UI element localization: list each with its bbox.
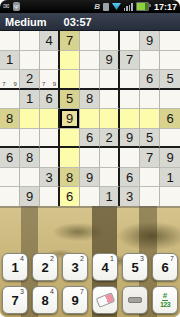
cell-r3c7[interactable] xyxy=(120,70,140,90)
cell-r4c1[interactable] xyxy=(0,90,20,110)
given-digit: 6 xyxy=(146,71,153,86)
cell-r5c8[interactable] xyxy=(140,109,160,129)
keypad-digit-6[interactable]: 67 xyxy=(152,253,178,281)
cell-r7c5[interactable] xyxy=(80,148,100,168)
cell-r9c2[interactable]: 9 xyxy=(20,187,40,207)
digit-placed-count: 7 xyxy=(80,288,84,295)
cell-r5c1[interactable]: 8 xyxy=(0,109,20,129)
eraser-button[interactable] xyxy=(92,286,118,314)
cell-r1c1[interactable] xyxy=(0,31,20,51)
given-digit: 9 xyxy=(105,52,112,67)
cell-r4c2[interactable]: 1 xyxy=(20,90,40,110)
cell-r7c7[interactable] xyxy=(120,148,140,168)
cell-r7c9[interactable]: 9 xyxy=(160,148,180,168)
cell-r4c7[interactable] xyxy=(120,90,140,110)
cell-r8c7[interactable]: 6 xyxy=(120,168,140,188)
cell-r9c1[interactable] xyxy=(0,187,20,207)
cell-r9c6[interactable]: 1 xyxy=(100,187,120,207)
cell-r4c4[interactable]: 5 xyxy=(60,90,80,110)
cell-r1c4[interactable]: 7 xyxy=(60,31,80,51)
cell-r9c3[interactable] xyxy=(40,187,60,207)
cell-r3c3[interactable]: 79 xyxy=(40,70,60,90)
cell-r2c3[interactable] xyxy=(40,51,60,71)
cell-r7c1[interactable]: 6 xyxy=(0,148,20,168)
given-digit: 9 xyxy=(146,33,153,48)
cell-r1c3[interactable]: 4 xyxy=(40,31,60,51)
given-digit: 9 xyxy=(126,130,133,145)
cell-r5c2[interactable] xyxy=(20,109,40,129)
cell-r7c6[interactable] xyxy=(100,148,120,168)
cell-r7c4[interactable] xyxy=(60,148,80,168)
email-icon: ✉ xyxy=(3,3,10,11)
cell-r8c4[interactable]: 8 xyxy=(60,168,80,188)
given-digit: 9 xyxy=(86,170,93,185)
cell-r8c9[interactable]: 1 xyxy=(160,168,180,188)
dash-button[interactable] xyxy=(122,286,148,314)
given-digit: 6 xyxy=(45,91,52,106)
cell-r2c6[interactable]: 9 xyxy=(100,51,120,71)
cell-r1c2[interactable] xyxy=(20,31,40,51)
given-digit: 8 xyxy=(6,111,13,126)
keypad-digit-label: 3 xyxy=(71,260,78,275)
keypad-digit-label: 6 xyxy=(161,260,168,275)
cell-r1c8[interactable]: 9 xyxy=(140,31,160,51)
cell-r5c5[interactable] xyxy=(80,109,100,129)
digit-placed-count: 1 xyxy=(110,255,114,262)
keypad-digit-8[interactable]: 84 xyxy=(32,286,58,314)
keypad-digit-label: 4 xyxy=(101,260,108,275)
cell-r9c4[interactable]: 6 xyxy=(60,187,80,207)
cell-r4c5[interactable]: 8 xyxy=(80,90,100,110)
cell-r9c9[interactable] xyxy=(160,187,180,207)
cell-r8c5[interactable]: 9 xyxy=(80,168,100,188)
candidate-marks: 79 xyxy=(41,71,57,87)
difficulty-label: Medium xyxy=(5,16,47,28)
cell-r3c4[interactable] xyxy=(60,70,80,90)
signal-icon xyxy=(124,3,133,11)
keypad-row-2: 738497#123 xyxy=(2,286,178,314)
cell-r3c1[interactable]: 79 xyxy=(0,70,20,90)
digit-placed-count: 2 xyxy=(80,255,84,262)
given-digit: 6 xyxy=(166,111,173,126)
given-digit: 5 xyxy=(66,91,73,106)
cell-r1c7[interactable] xyxy=(120,31,140,51)
cell-r3c2[interactable]: 2 xyxy=(20,70,40,90)
digit-placed-count: 7 xyxy=(170,255,174,262)
given-digit: 3 xyxy=(45,170,52,185)
cell-r1c6[interactable] xyxy=(100,31,120,51)
cell-r9c5[interactable] xyxy=(80,187,100,207)
cell-r9c8[interactable] xyxy=(140,187,160,207)
cell-r6c9[interactable] xyxy=(160,129,180,149)
cell-r2c4[interactable] xyxy=(60,51,80,71)
keypad-row-1: 142232415367 xyxy=(2,253,178,281)
game-timer: 03:57 xyxy=(64,16,92,28)
given-digit: 9 xyxy=(26,189,33,204)
given-digit: 9 xyxy=(66,111,73,126)
cell-r2c9[interactable] xyxy=(160,51,180,71)
bluetooth-icon: B xyxy=(94,2,100,11)
cell-r3c9[interactable]: 5 xyxy=(160,70,180,90)
given-digit: 9 xyxy=(166,150,173,165)
cell-r5c7[interactable] xyxy=(120,109,140,129)
wifi-icon xyxy=(112,3,121,10)
cell-r4c3[interactable]: 6 xyxy=(40,90,60,110)
digit-placed-count: 3 xyxy=(140,255,144,262)
given-digit: 6 xyxy=(86,130,93,145)
given-digit: 5 xyxy=(146,130,153,145)
cell-r8c6[interactable] xyxy=(100,168,120,188)
keypad-digit-7[interactable]: 73 xyxy=(2,286,28,314)
given-digit: 6 xyxy=(6,150,13,165)
given-digit: 8 xyxy=(26,150,33,165)
cell-r1c9[interactable] xyxy=(160,31,180,51)
cell-r6c4[interactable] xyxy=(60,129,80,149)
cell-r3c8[interactable]: 6 xyxy=(140,70,160,90)
given-digit: 2 xyxy=(26,71,33,86)
cell-r6c3[interactable] xyxy=(40,129,60,149)
cell-r5c6[interactable] xyxy=(100,109,120,129)
cell-r4c9[interactable] xyxy=(160,90,180,110)
keypad-digit-9[interactable]: 97 xyxy=(62,286,88,314)
given-digit: 5 xyxy=(166,71,173,86)
keypad-digit-5[interactable]: 53 xyxy=(122,253,148,281)
cell-r5c4[interactable]: 9 xyxy=(60,109,80,129)
given-digit: 4 xyxy=(45,33,52,48)
status-bar: ✉ Ψ B 17:17 xyxy=(0,0,180,13)
cell-r6c7[interactable]: 9 xyxy=(120,129,140,149)
cell-r2c5[interactable] xyxy=(80,51,100,71)
given-digit: 1 xyxy=(166,170,173,185)
vibrate-icon xyxy=(103,3,109,11)
cell-r7c2[interactable]: 8 xyxy=(20,148,40,168)
given-digit: 2 xyxy=(105,130,112,145)
cell-r1c5[interactable] xyxy=(80,31,100,51)
cell-r6c2[interactable] xyxy=(20,129,40,149)
keypad-digit-label: 7 xyxy=(11,293,18,308)
digit-placed-count: 4 xyxy=(50,288,54,295)
digit-placed-count: 4 xyxy=(20,255,24,262)
digit-placed-count: 2 xyxy=(50,255,54,262)
cell-r2c2[interactable] xyxy=(20,51,40,71)
cell-r7c8[interactable]: 7 xyxy=(140,148,160,168)
counts-button[interactable]: #123 xyxy=(152,286,178,314)
cell-r6c5[interactable]: 6 xyxy=(80,129,100,149)
keypad-digit-label: 2 xyxy=(41,260,48,275)
cell-r9c7[interactable]: 3 xyxy=(120,187,140,207)
battery-icon xyxy=(136,2,149,11)
cell-r8c8[interactable] xyxy=(140,168,160,188)
keypad-digit-label: 1 xyxy=(11,260,18,275)
title-bar: Medium 03:57 xyxy=(0,13,180,31)
keypad-digit-3[interactable]: 32 xyxy=(62,253,88,281)
status-time: 17:17 xyxy=(154,2,177,12)
keypad-digit-2[interactable]: 22 xyxy=(32,253,58,281)
cell-r6c8[interactable]: 5 xyxy=(140,129,160,149)
keypad-digit-label: 5 xyxy=(131,260,138,275)
keypad-digit-label: 9 xyxy=(71,293,78,308)
given-digit: 3 xyxy=(126,189,133,204)
phone-screen: ✉ Ψ B 17:17 Medium 03:57 479197792796516… xyxy=(0,0,180,317)
cell-r4c8[interactable] xyxy=(140,90,160,110)
digit-placed-count: 3 xyxy=(20,288,24,295)
cell-r5c3[interactable] xyxy=(40,109,60,129)
given-digit: 1 xyxy=(105,189,112,204)
cell-r2c1[interactable]: 1 xyxy=(0,51,20,71)
usb-icon: Ψ xyxy=(13,2,20,11)
cell-r8c3[interactable]: 3 xyxy=(40,168,60,188)
cell-r8c2[interactable] xyxy=(20,168,40,188)
keypad-digit-label: 8 xyxy=(41,293,48,308)
given-digit: 7 xyxy=(146,150,153,165)
given-digit: 8 xyxy=(66,170,73,185)
cell-r4c6[interactable] xyxy=(100,90,120,110)
counts-icon: #123 xyxy=(160,292,170,308)
dash-icon xyxy=(128,297,142,303)
cell-r5c9[interactable]: 6 xyxy=(160,109,180,129)
user-digit: 6 xyxy=(66,189,73,204)
cell-r3c6[interactable] xyxy=(100,70,120,90)
keypad-digit-4[interactable]: 41 xyxy=(92,253,118,281)
given-digit: 7 xyxy=(126,52,133,67)
sudoku-board: 4791977927965165889662956879389619613 xyxy=(0,31,180,207)
given-digit: 1 xyxy=(26,91,33,106)
cell-r6c6[interactable]: 2 xyxy=(100,129,120,149)
cell-r2c7[interactable]: 7 xyxy=(120,51,140,71)
cell-r3c5[interactable] xyxy=(80,70,100,90)
given-digit: 7 xyxy=(66,33,73,48)
given-digit: 6 xyxy=(126,170,133,185)
given-digit: 1 xyxy=(6,52,13,67)
cell-r8c1[interactable] xyxy=(0,168,20,188)
keypad-digit-1[interactable]: 14 xyxy=(2,253,28,281)
cell-r6c1[interactable] xyxy=(0,129,20,149)
candidate-marks: 79 xyxy=(1,71,18,87)
eraser-icon xyxy=(95,292,115,308)
cell-r2c8[interactable] xyxy=(140,51,160,71)
cell-r7c3[interactable] xyxy=(40,148,60,168)
given-digit: 8 xyxy=(86,91,93,106)
